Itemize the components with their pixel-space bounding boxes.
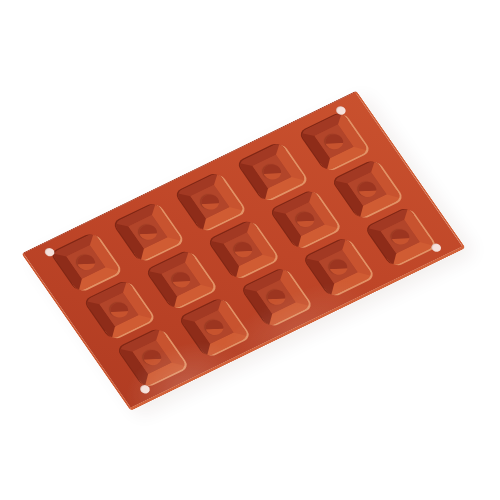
- center-boss: [230, 239, 254, 260]
- center-boss: [326, 257, 350, 278]
- center-boss: [168, 269, 192, 290]
- center-boss: [354, 179, 378, 200]
- cavity-grid: [23, 92, 462, 408]
- center-boss: [264, 287, 288, 308]
- center-boss: [139, 347, 163, 368]
- center-boss: [321, 131, 345, 152]
- center-boss: [388, 227, 412, 248]
- center-boss: [202, 317, 226, 338]
- cavity-r3-c3: [241, 267, 312, 327]
- silicone-mold-sheet: [21, 90, 466, 411]
- center-boss: [197, 192, 221, 213]
- cavity-r3-c5: [365, 207, 436, 267]
- center-boss: [135, 222, 159, 243]
- cavity-r3-c1: [117, 328, 188, 388]
- center-boss: [73, 252, 97, 273]
- cavity-r3-c2: [179, 297, 250, 357]
- center-boss: [106, 300, 130, 321]
- center-boss: [259, 161, 283, 182]
- center-boss: [292, 209, 316, 230]
- cavity-r3-c4: [303, 237, 374, 297]
- photo-background: [0, 0, 500, 500]
